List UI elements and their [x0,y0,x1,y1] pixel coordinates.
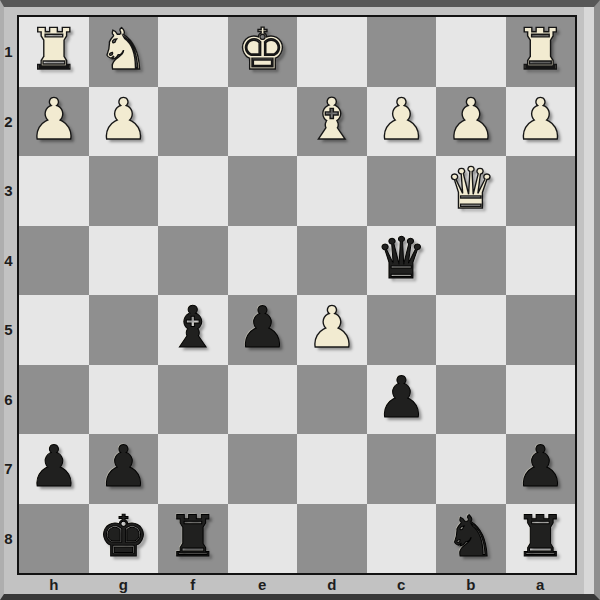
square-e8[interactable] [228,504,298,574]
piece-white-pawn-h2[interactable]: ♟ [28,91,79,148]
piece-black-pawn-e5[interactable]: ♟ [237,299,288,356]
square-c7[interactable] [367,434,437,504]
square-g8[interactable]: ♚ [89,504,159,574]
square-d5[interactable]: ♟ [297,295,367,365]
file-label-b: b [436,574,506,594]
piece-white-bishop-d2[interactable]: ♝ [306,91,357,148]
piece-black-knight-b8[interactable]: ♞ [445,508,496,565]
square-b5[interactable] [436,295,506,365]
square-b6[interactable] [436,365,506,435]
rank-label-5: 5 [0,295,17,365]
square-f7[interactable] [158,434,228,504]
chess-board: ♜♞♚♜♟♟♝♟♟♟♛♛♝♟♟♟♟♟♟♚♜♞♜ [17,15,577,575]
square-e4[interactable] [228,226,298,296]
piece-white-king-e1[interactable]: ♚ [237,21,288,78]
square-h8[interactable] [19,504,89,574]
square-h3[interactable] [19,156,89,226]
piece-white-queen-b3[interactable]: ♛ [445,160,496,217]
square-g3[interactable] [89,156,159,226]
square-h1[interactable]: ♜ [19,17,89,87]
square-c6[interactable]: ♟ [367,365,437,435]
square-g5[interactable] [89,295,159,365]
piece-white-pawn-b2[interactable]: ♟ [445,91,496,148]
piece-black-bishop-f5[interactable]: ♝ [167,299,218,356]
file-label-c: c [367,574,437,594]
square-c5[interactable] [367,295,437,365]
square-a4[interactable] [506,226,576,296]
piece-white-pawn-d5[interactable]: ♟ [306,299,357,356]
piece-black-pawn-g7[interactable]: ♟ [98,438,149,495]
square-b2[interactable]: ♟ [436,87,506,157]
square-f8[interactable]: ♜ [158,504,228,574]
frame-right-highlight [584,7,594,594]
piece-white-pawn-g2[interactable]: ♟ [98,91,149,148]
file-label-g: g [89,574,159,594]
piece-black-rook-f8[interactable]: ♜ [167,508,218,565]
square-b7[interactable] [436,434,506,504]
piece-black-rook-a8[interactable]: ♜ [515,508,566,565]
square-d8[interactable] [297,504,367,574]
square-e7[interactable] [228,434,298,504]
square-f3[interactable] [158,156,228,226]
piece-black-pawn-a7[interactable]: ♟ [515,438,566,495]
file-label-h: h [19,574,89,594]
square-f6[interactable] [158,365,228,435]
square-a2[interactable]: ♟ [506,87,576,157]
square-h7[interactable]: ♟ [19,434,89,504]
square-d2[interactable]: ♝ [297,87,367,157]
square-d7[interactable] [297,434,367,504]
square-c3[interactable] [367,156,437,226]
square-h6[interactable] [19,365,89,435]
square-d1[interactable] [297,17,367,87]
square-c2[interactable]: ♟ [367,87,437,157]
piece-white-pawn-c2[interactable]: ♟ [376,91,427,148]
square-g1[interactable]: ♞ [89,17,159,87]
square-d6[interactable] [297,365,367,435]
square-b4[interactable] [436,226,506,296]
rank-labels: 12345678 [0,17,17,573]
piece-black-pawn-c6[interactable]: ♟ [376,369,427,426]
square-e3[interactable] [228,156,298,226]
square-f4[interactable] [158,226,228,296]
piece-white-rook-h1[interactable]: ♜ [28,21,79,78]
square-g2[interactable]: ♟ [89,87,159,157]
piece-white-knight-g1[interactable]: ♞ [98,21,149,78]
square-a5[interactable] [506,295,576,365]
square-c4[interactable]: ♛ [367,226,437,296]
square-a1[interactable]: ♜ [506,17,576,87]
square-c8[interactable] [367,504,437,574]
rank-label-2: 2 [0,87,17,157]
rank-label-7: 7 [0,434,17,504]
square-d3[interactable] [297,156,367,226]
square-e5[interactable]: ♟ [228,295,298,365]
file-label-e: e [228,574,298,594]
rank-label-1: 1 [0,17,17,87]
square-e6[interactable] [228,365,298,435]
square-a7[interactable]: ♟ [506,434,576,504]
square-g4[interactable] [89,226,159,296]
rank-label-6: 6 [0,365,17,435]
square-h4[interactable] [19,226,89,296]
rank-label-4: 4 [0,226,17,296]
square-a3[interactable] [506,156,576,226]
rank-label-3: 3 [0,156,17,226]
square-b8[interactable]: ♞ [436,504,506,574]
square-a8[interactable]: ♜ [506,504,576,574]
piece-white-pawn-a2[interactable]: ♟ [515,91,566,148]
file-labels: hgfedcba [19,574,575,594]
square-g6[interactable] [89,365,159,435]
square-e2[interactable] [228,87,298,157]
rank-label-8: 8 [0,504,17,574]
square-e1[interactable]: ♚ [228,17,298,87]
file-label-a: a [506,574,576,594]
file-label-d: d [297,574,367,594]
square-h5[interactable] [19,295,89,365]
piece-white-rook-a1[interactable]: ♜ [515,21,566,78]
piece-black-queen-c4[interactable]: ♛ [376,230,427,287]
piece-black-pawn-h7[interactable]: ♟ [28,438,79,495]
square-f5[interactable]: ♝ [158,295,228,365]
file-label-f: f [158,574,228,594]
square-f2[interactable] [158,87,228,157]
square-b3[interactable]: ♛ [436,156,506,226]
chess-app-window: 12345678 ♜♞♚♜♟♟♝♟♟♟♛♛♝♟♟♟♟♟♟♚♜♞♜ hgfedcb… [0,0,600,600]
square-a6[interactable] [506,365,576,435]
piece-black-king-g8[interactable]: ♚ [98,508,149,565]
square-g7[interactable]: ♟ [89,434,159,504]
square-d4[interactable] [297,226,367,296]
square-h2[interactable]: ♟ [19,87,89,157]
square-b1[interactable] [436,17,506,87]
square-c1[interactable] [367,17,437,87]
square-f1[interactable] [158,17,228,87]
